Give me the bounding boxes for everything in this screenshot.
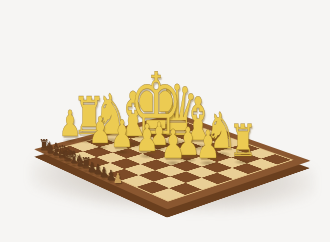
piece-yellow-rook: ♜ <box>229 119 257 163</box>
piece-yellow-pawn: ♟ <box>59 106 82 142</box>
chess-photo-stage: ♜♞♝♚♛♝♞♜♟♟♟♟♟♟♟♟♜♞♝♛♚♝♞♜♟♟♟♟♟ <box>0 0 330 242</box>
mini-piece-light-pawn: ♟ <box>113 171 123 185</box>
piece-yellow-pawn: ♟ <box>160 124 185 164</box>
piece-yellow-pawn: ♟ <box>196 125 220 164</box>
piece-yellow-pawn: ♟ <box>110 115 134 153</box>
piece-yellow-pawn: ♟ <box>88 112 111 149</box>
piece-yellow-pawn: ♟ <box>135 119 159 157</box>
